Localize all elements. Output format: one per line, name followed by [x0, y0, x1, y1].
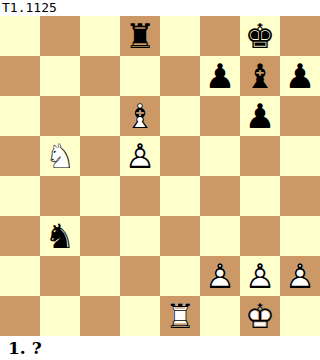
black-piece-glyph: ♟: [280, 56, 320, 96]
square-c5[interactable]: [80, 136, 120, 176]
square-c1[interactable]: [80, 296, 120, 336]
piece-black-king[interactable]: ♚: [240, 16, 280, 56]
square-g8[interactable]: ♚: [240, 16, 280, 56]
square-b4[interactable]: [40, 176, 80, 216]
black-piece-glyph: ♚: [240, 16, 280, 56]
square-g3[interactable]: [240, 216, 280, 256]
black-piece-glyph: ♞: [40, 216, 80, 256]
square-h2[interactable]: ♟♙: [280, 256, 320, 296]
square-g6[interactable]: ♟: [240, 96, 280, 136]
square-d6[interactable]: ♝♗: [120, 96, 160, 136]
square-b5[interactable]: ♞♘: [40, 136, 80, 176]
white-piece-outline: ♙: [280, 256, 320, 296]
white-piece-outline: ♙: [200, 256, 240, 296]
square-f3[interactable]: [200, 216, 240, 256]
piece-white-pawn[interactable]: ♟♙: [240, 256, 280, 296]
square-e1[interactable]: ♜♖: [160, 296, 200, 336]
square-f8[interactable]: [200, 16, 240, 56]
puzzle-title: T1.1125: [0, 0, 320, 16]
square-a5[interactable]: [0, 136, 40, 176]
square-e7[interactable]: [160, 56, 200, 96]
black-piece-glyph: ♝: [240, 56, 280, 96]
square-a8[interactable]: [0, 16, 40, 56]
square-f1[interactable]: [200, 296, 240, 336]
square-b1[interactable]: [40, 296, 80, 336]
square-d2[interactable]: [120, 256, 160, 296]
square-h5[interactable]: [280, 136, 320, 176]
square-e6[interactable]: [160, 96, 200, 136]
piece-black-pawn[interactable]: ♟: [200, 56, 240, 96]
square-d8[interactable]: ♜: [120, 16, 160, 56]
white-piece-outline: ♘: [40, 136, 80, 176]
square-d4[interactable]: [120, 176, 160, 216]
move-prompt: 1. ?: [0, 336, 320, 360]
square-e4[interactable]: [160, 176, 200, 216]
square-a7[interactable]: [0, 56, 40, 96]
square-b7[interactable]: [40, 56, 80, 96]
square-d5[interactable]: ♟♙: [120, 136, 160, 176]
white-piece-outline: ♔: [240, 296, 280, 336]
black-piece-glyph: ♟: [200, 56, 240, 96]
square-h7[interactable]: ♟: [280, 56, 320, 96]
black-piece-glyph: ♟: [240, 96, 280, 136]
square-g1[interactable]: ♚♔: [240, 296, 280, 336]
square-b6[interactable]: [40, 96, 80, 136]
square-c8[interactable]: [80, 16, 120, 56]
square-c3[interactable]: [80, 216, 120, 256]
square-b2[interactable]: [40, 256, 80, 296]
square-b3[interactable]: ♞: [40, 216, 80, 256]
piece-black-bishop[interactable]: ♝: [240, 56, 280, 96]
chess-puzzle-window: T1.1125 ♜♚♟♝♟♝♗♟♞♘♟♙♞♟♙♟♙♟♙♜♖♚♔ 1. ?: [0, 0, 320, 360]
square-c2[interactable]: [80, 256, 120, 296]
square-a2[interactable]: [0, 256, 40, 296]
square-a4[interactable]: [0, 176, 40, 216]
piece-black-rook[interactable]: ♜: [120, 16, 160, 56]
square-f7[interactable]: ♟: [200, 56, 240, 96]
white-piece-outline: ♗: [120, 96, 160, 136]
white-piece-outline: ♙: [240, 256, 280, 296]
piece-white-king[interactable]: ♚♔: [240, 296, 280, 336]
piece-white-rook[interactable]: ♜♖: [160, 296, 200, 336]
square-g4[interactable]: [240, 176, 280, 216]
piece-white-pawn[interactable]: ♟♙: [200, 256, 240, 296]
square-f6[interactable]: [200, 96, 240, 136]
piece-white-pawn[interactable]: ♟♙: [120, 136, 160, 176]
white-piece-outline: ♙: [120, 136, 160, 176]
square-e2[interactable]: [160, 256, 200, 296]
piece-black-pawn[interactable]: ♟: [280, 56, 320, 96]
square-f5[interactable]: [200, 136, 240, 176]
square-e5[interactable]: [160, 136, 200, 176]
square-e8[interactable]: [160, 16, 200, 56]
square-d3[interactable]: [120, 216, 160, 256]
piece-white-knight[interactable]: ♞♘: [40, 136, 80, 176]
square-f4[interactable]: [200, 176, 240, 216]
square-a1[interactable]: [0, 296, 40, 336]
square-d7[interactable]: [120, 56, 160, 96]
square-e3[interactable]: [160, 216, 200, 256]
square-g7[interactable]: ♝: [240, 56, 280, 96]
square-h1[interactable]: [280, 296, 320, 336]
piece-white-pawn[interactable]: ♟♙: [280, 256, 320, 296]
square-b8[interactable]: [40, 16, 80, 56]
square-g2[interactable]: ♟♙: [240, 256, 280, 296]
chess-board: ♜♚♟♝♟♝♗♟♞♘♟♙♞♟♙♟♙♟♙♜♖♚♔: [0, 16, 320, 336]
square-d1[interactable]: [120, 296, 160, 336]
piece-black-knight[interactable]: ♞: [40, 216, 80, 256]
square-a3[interactable]: [0, 216, 40, 256]
square-c6[interactable]: [80, 96, 120, 136]
square-c7[interactable]: [80, 56, 120, 96]
square-f2[interactable]: ♟♙: [200, 256, 240, 296]
white-piece-outline: ♖: [160, 296, 200, 336]
square-h8[interactable]: [280, 16, 320, 56]
black-piece-glyph: ♜: [120, 16, 160, 56]
square-c4[interactable]: [80, 176, 120, 216]
square-a6[interactable]: [0, 96, 40, 136]
square-h4[interactable]: [280, 176, 320, 216]
piece-black-pawn[interactable]: ♟: [240, 96, 280, 136]
square-g5[interactable]: [240, 136, 280, 176]
square-h3[interactable]: [280, 216, 320, 256]
piece-white-bishop[interactable]: ♝♗: [120, 96, 160, 136]
square-h6[interactable]: [280, 96, 320, 136]
